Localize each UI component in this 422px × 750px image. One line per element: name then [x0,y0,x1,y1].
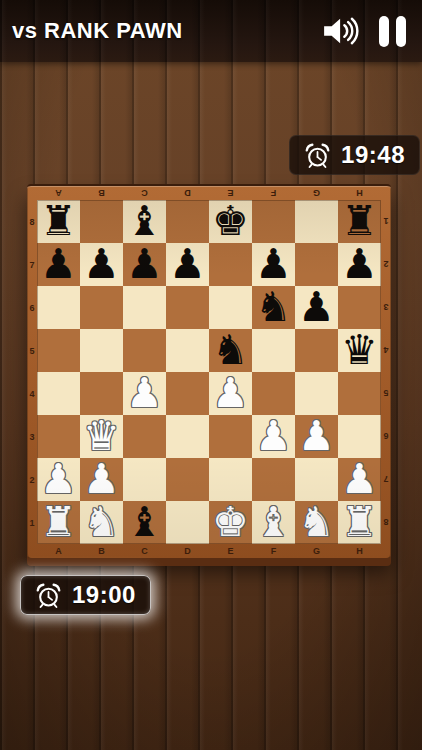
rank-label-right-4: 4 [381,329,391,372]
match-title: vs RANK PAWN [12,18,183,44]
square-e8[interactable]: ♚ [209,200,252,243]
file-label-top-g: G [295,186,338,200]
rank-label-right-6: 6 [381,415,391,458]
chess-board: ABCDEFGH8♜♝♚♜17♟♟♟♟♟♟26♞♟35♞♛44♟♟53♛♟♟62… [27,184,391,558]
white-pawn-c4[interactable]: ♟ [126,372,163,415]
white-knight-b1[interactable]: ♞ [83,501,120,544]
square-c4[interactable]: ♟ [123,372,166,415]
black-bishop-c1[interactable]: ♝ [126,501,163,544]
white-queen-b3[interactable]: ♛ [83,415,120,458]
square-c6[interactable] [123,286,166,329]
black-pawn-a7[interactable]: ♟ [40,243,77,286]
white-pawn-g3[interactable]: ♟ [298,415,335,458]
rank-label-left-6: 6 [27,286,37,329]
square-h6[interactable] [338,286,381,329]
square-d6[interactable] [166,286,209,329]
file-label-bottom-f: F [252,544,295,558]
square-f6[interactable]: ♞ [252,286,295,329]
player-time: 19:00 [72,581,136,609]
frame-corner [27,544,37,558]
square-f3[interactable]: ♟ [252,415,295,458]
square-a1[interactable]: ♜ [37,501,80,544]
square-g1[interactable]: ♞ [295,501,338,544]
black-queen-h5[interactable]: ♛ [341,329,378,372]
rank-label-right-2: 2 [381,243,391,286]
square-a4[interactable] [37,372,80,415]
white-rook-a1[interactable]: ♜ [40,501,77,544]
white-king-e1[interactable]: ♚ [212,501,249,544]
opponent-time: 19:48 [341,141,405,169]
square-h2[interactable]: ♟ [338,458,381,501]
file-label-bottom-g: G [295,544,338,558]
square-d2[interactable] [166,458,209,501]
black-king-e8[interactable]: ♚ [212,200,249,243]
square-d3[interactable] [166,415,209,458]
white-rook-h1[interactable]: ♜ [341,501,378,544]
square-e2[interactable] [209,458,252,501]
rank-label-left-1: 1 [27,501,37,544]
white-pawn-f3[interactable]: ♟ [255,415,292,458]
square-e4[interactable]: ♟ [209,372,252,415]
file-label-bottom-h: H [338,544,381,558]
square-a3[interactable] [37,415,80,458]
app-screen: vs RANK PAWN [0,0,422,750]
square-d4[interactable] [166,372,209,415]
square-e3[interactable] [209,415,252,458]
square-h3[interactable] [338,415,381,458]
top-bar: vs RANK PAWN [0,0,422,62]
file-label-bottom-a: A [37,544,80,558]
square-c3[interactable] [123,415,166,458]
top-bar-icons [321,15,406,47]
white-pawn-h2[interactable]: ♟ [341,458,378,501]
frame-corner [381,186,391,200]
rank-label-left-2: 2 [27,458,37,501]
rank-label-right-8: 8 [381,501,391,544]
square-d1[interactable] [166,501,209,544]
square-c7[interactable]: ♟ [123,243,166,286]
square-a2[interactable]: ♟ [37,458,80,501]
white-knight-g1[interactable]: ♞ [298,501,335,544]
black-rook-h8[interactable]: ♜ [341,200,378,243]
black-rook-a8[interactable]: ♜ [40,200,77,243]
file-label-top-d: D [166,186,209,200]
square-h7[interactable]: ♟ [338,243,381,286]
square-h5[interactable]: ♛ [338,329,381,372]
square-b2[interactable]: ♟ [80,458,123,501]
square-f5[interactable] [252,329,295,372]
file-label-top-f: F [252,186,295,200]
square-e1[interactable]: ♚ [209,501,252,544]
file-label-top-e: E [209,186,252,200]
pause-button[interactable] [379,16,406,47]
square-g8[interactable] [295,200,338,243]
chess-board-grid: ABCDEFGH8♜♝♚♜17♟♟♟♟♟♟26♞♟35♞♛44♟♟53♛♟♟62… [27,186,391,558]
file-label-top-c: C [123,186,166,200]
square-c1[interactable]: ♝ [123,501,166,544]
square-b7[interactable]: ♟ [80,243,123,286]
rank-label-right-1: 1 [381,200,391,243]
square-c8[interactable]: ♝ [123,200,166,243]
square-g3[interactable]: ♟ [295,415,338,458]
square-e6[interactable] [209,286,252,329]
square-e5[interactable]: ♞ [209,329,252,372]
square-g7[interactable] [295,243,338,286]
pause-icon [379,16,406,47]
black-pawn-f7[interactable]: ♟ [255,243,292,286]
square-h4[interactable] [338,372,381,415]
rank-label-right-7: 7 [381,458,391,501]
square-b4[interactable] [80,372,123,415]
square-b1[interactable]: ♞ [80,501,123,544]
rank-label-right-3: 3 [381,286,391,329]
rank-label-left-5: 5 [27,329,37,372]
black-pawn-g6[interactable]: ♟ [298,286,335,329]
black-pawn-b7[interactable]: ♟ [83,243,120,286]
black-knight-e5[interactable]: ♞ [212,329,249,372]
alarm-clock-icon [35,582,62,609]
square-c5[interactable] [123,329,166,372]
square-f8[interactable] [252,200,295,243]
square-g6[interactable]: ♟ [295,286,338,329]
square-h8[interactable]: ♜ [338,200,381,243]
rank-label-left-3: 3 [27,415,37,458]
square-b6[interactable] [80,286,123,329]
file-label-bottom-b: B [80,544,123,558]
white-pawn-a2[interactable]: ♟ [40,458,77,501]
square-f1[interactable]: ♝ [252,501,295,544]
black-bishop-c8[interactable]: ♝ [126,200,163,243]
black-pawn-c7[interactable]: ♟ [126,243,163,286]
square-g2[interactable] [295,458,338,501]
square-d7[interactable]: ♟ [166,243,209,286]
square-c2[interactable] [123,458,166,501]
black-pawn-h7[interactable]: ♟ [341,243,378,286]
frame-corner [381,544,391,558]
rank-label-left-7: 7 [27,243,37,286]
sound-button[interactable] [321,15,363,47]
black-pawn-d7[interactable]: ♟ [169,243,206,286]
square-f4[interactable] [252,372,295,415]
square-b5[interactable] [80,329,123,372]
rank-label-left-8: 8 [27,200,37,243]
square-a8[interactable]: ♜ [37,200,80,243]
speaker-icon [321,15,363,47]
player-clock: 19:00 [20,575,151,615]
square-h1[interactable]: ♜ [338,501,381,544]
alarm-clock-icon [304,142,331,169]
square-g4[interactable] [295,372,338,415]
square-g5[interactable] [295,329,338,372]
opponent-clock: 19:48 [289,135,420,175]
square-b3[interactable]: ♛ [80,415,123,458]
square-f2[interactable] [252,458,295,501]
file-label-bottom-e: E [209,544,252,558]
rank-label-left-4: 4 [27,372,37,415]
file-label-bottom-d: D [166,544,209,558]
square-a7[interactable]: ♟ [37,243,80,286]
square-a5[interactable] [37,329,80,372]
square-d8[interactable] [166,200,209,243]
black-knight-f6[interactable]: ♞ [255,286,292,329]
square-b8[interactable] [80,200,123,243]
file-label-top-h: H [338,186,381,200]
rank-label-right-5: 5 [381,372,391,415]
file-label-bottom-c: C [123,544,166,558]
file-label-top-b: B [80,186,123,200]
square-e7[interactable] [209,243,252,286]
white-bishop-f1[interactable]: ♝ [255,501,292,544]
white-pawn-b2[interactable]: ♟ [83,458,120,501]
square-a6[interactable] [37,286,80,329]
frame-corner [27,186,37,200]
white-pawn-e4[interactable]: ♟ [212,372,249,415]
file-label-top-a: A [37,186,80,200]
square-f7[interactable]: ♟ [252,243,295,286]
square-d5[interactable] [166,329,209,372]
